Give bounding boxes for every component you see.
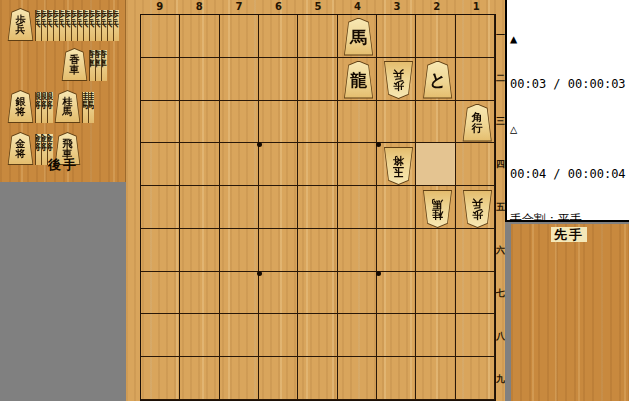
file-label-5: 5 [298, 1, 338, 13]
board-square-71[interactable] [220, 15, 259, 58]
hand-stack-knight-x3[interactable]: 桂馬桂馬桂馬 [53, 90, 94, 123]
shogi-app: 金将金将金将金将飛車銀将銀将銀将銀将桂馬桂馬桂馬香車香車香車香車歩兵歩兵歩兵歩兵… [0, 0, 629, 401]
board-square-33[interactable] [377, 101, 416, 144]
board-square-47[interactable] [338, 272, 377, 315]
board-square-18[interactable] [456, 314, 495, 357]
info-panel: ▲ 00:03 / 00:00:03 △ 00:04 / 00:00:04 手合… [505, 0, 629, 222]
gote-clock: 00:04 / 00:00:04 [510, 167, 629, 182]
hand-stack-lance-x4[interactable]: 香車香車香車香車 [60, 48, 107, 81]
board-square-83[interactable] [180, 101, 219, 144]
board-square-16[interactable] [456, 229, 495, 272]
board-square-58[interactable] [298, 314, 337, 357]
gote-hand-column: 金将金将金将金将飛車銀将銀将銀将銀将桂馬桂馬桂馬香車香車香車香車歩兵歩兵歩兵歩兵… [0, 0, 126, 401]
sente-captured-tray: 先手 [505, 222, 629, 401]
board-square-12[interactable] [456, 58, 495, 101]
board-square-81[interactable] [180, 15, 219, 58]
sente-clock: 00:03 / 00:00:03 [510, 77, 629, 92]
board-square-19[interactable] [456, 357, 495, 400]
board-square-64[interactable] [259, 143, 298, 186]
file-label-9: 9 [140, 1, 180, 13]
board-square-93[interactable] [141, 101, 180, 144]
board-square-91[interactable] [141, 15, 180, 58]
board-square-92[interactable] [141, 58, 180, 101]
rank-label-8: 八 [496, 315, 505, 358]
rank-label-9: 九 [496, 358, 505, 401]
board-square-72[interactable] [220, 58, 259, 101]
hand-stack-silver-x4[interactable]: 銀将銀将銀将銀将 [6, 90, 53, 123]
rank-label-2: 二 [496, 57, 505, 100]
board-square-67[interactable] [259, 272, 298, 315]
tray-row: 銀将銀将銀将銀将桂馬桂馬桂馬 [0, 90, 126, 128]
board-square-26[interactable] [416, 229, 455, 272]
board-square-38[interactable] [377, 314, 416, 357]
shogi-piece-knight[interactable]: 桂馬 [53, 90, 82, 123]
rank-label-1: 一 [496, 14, 505, 57]
shogi-piece-silver[interactable]: 銀将 [6, 90, 35, 123]
sente-label: 先手 [511, 226, 627, 244]
board-square-37[interactable] [377, 272, 416, 315]
shogi-piece-pawn[interactable]: 歩兵 [6, 8, 35, 41]
board-square-46[interactable] [338, 229, 377, 272]
gote-captured-tray: 金将金将金将金将飛車銀将銀将銀将銀将桂馬桂馬桂馬香車香車香車香車歩兵歩兵歩兵歩兵… [0, 0, 126, 182]
file-label-7: 7 [219, 1, 259, 13]
board-square-29[interactable] [416, 357, 455, 400]
board-square-49[interactable] [338, 357, 377, 400]
rank-label-6: 六 [496, 229, 505, 272]
board-square-68[interactable] [259, 314, 298, 357]
board-square-77[interactable] [220, 272, 259, 315]
hoshi-dot [257, 142, 262, 147]
board-square-99[interactable] [141, 357, 180, 400]
tray-row: 香車香車香車香車 [0, 48, 126, 86]
hoshi-dot [376, 271, 381, 276]
board-square-53[interactable] [298, 101, 337, 144]
board-square-54[interactable] [298, 143, 337, 186]
board-square-79[interactable] [220, 357, 259, 400]
board-square-36[interactable] [377, 229, 416, 272]
file-label-3: 3 [377, 1, 417, 13]
board-square-87[interactable] [180, 272, 219, 315]
board-square-24[interactable] [416, 143, 455, 186]
file-label-6: 6 [259, 1, 299, 13]
board-square-23[interactable] [416, 101, 455, 144]
board-square-69[interactable] [259, 357, 298, 400]
board-square-14[interactable] [456, 143, 495, 186]
board-square-11[interactable] [456, 15, 495, 58]
board-square-62[interactable] [259, 58, 298, 101]
stacked-piece-edge: 歩兵 [113, 10, 119, 41]
board-square-63[interactable] [259, 101, 298, 144]
hoshi-dot [257, 271, 262, 276]
board-square-52[interactable] [298, 58, 337, 101]
sente-mark: ▲ [510, 32, 629, 47]
board-square-65[interactable] [259, 186, 298, 229]
left-gray-filler [0, 182, 126, 401]
board-square-55[interactable] [298, 186, 337, 229]
rank-label-4: 四 [496, 143, 505, 186]
file-label-4: 4 [338, 1, 378, 13]
board-square-35[interactable] [377, 186, 416, 229]
rank-label-7: 七 [496, 272, 505, 315]
rank-label-3: 三 [496, 100, 505, 143]
board-square-85[interactable] [180, 186, 219, 229]
board-square-74[interactable] [220, 143, 259, 186]
board-square-43[interactable] [338, 101, 377, 144]
board-square-31[interactable] [377, 15, 416, 58]
board-square-75[interactable] [220, 186, 259, 229]
board-square-84[interactable] [180, 143, 219, 186]
shogi-piece-lance[interactable]: 香車 [60, 48, 89, 81]
board-square-44[interactable] [338, 143, 377, 186]
board-square-82[interactable] [180, 58, 219, 101]
board-square-96[interactable] [141, 229, 180, 272]
board-square-76[interactable] [220, 229, 259, 272]
board-square-89[interactable] [180, 357, 219, 400]
board-square-27[interactable] [416, 272, 455, 315]
board-square-57[interactable] [298, 272, 337, 315]
board-square-39[interactable] [377, 357, 416, 400]
shogi-board: 馬龍歩兵と角行玉将桂馬歩兵 [140, 14, 496, 401]
board-square-78[interactable] [220, 314, 259, 357]
board-square-56[interactable] [298, 229, 337, 272]
rank-label-5: 五 [496, 186, 505, 229]
board-square-17[interactable] [456, 272, 495, 315]
board-square-73[interactable] [220, 101, 259, 144]
board-square-28[interactable] [416, 314, 455, 357]
gote-label: 後手 [0, 156, 126, 174]
board-square-94[interactable] [141, 143, 180, 186]
file-label-8: 8 [180, 1, 220, 13]
tray-row: 歩兵歩兵歩兵歩兵歩兵歩兵歩兵歩兵歩兵歩兵歩兵歩兵歩兵歩兵歩兵 [0, 8, 126, 46]
board-square-97[interactable] [141, 272, 180, 315]
stacked-piece-edge: 香車 [101, 50, 107, 81]
board-square-95[interactable] [141, 186, 180, 229]
board-square-66[interactable] [259, 229, 298, 272]
board-square-51[interactable] [298, 15, 337, 58]
file-label-2: 2 [417, 1, 457, 13]
handicap-text: 手合割：平手 [510, 212, 629, 222]
board-square-88[interactable] [180, 314, 219, 357]
board-square-86[interactable] [180, 229, 219, 272]
hand-stack-pawn-x15[interactable]: 歩兵歩兵歩兵歩兵歩兵歩兵歩兵歩兵歩兵歩兵歩兵歩兵歩兵歩兵歩兵 [6, 8, 119, 41]
board-square-98[interactable] [141, 314, 180, 357]
info-column: ▲ 00:03 / 00:00:03 △ 00:04 / 00:00:04 手合… [505, 0, 629, 401]
file-label-1: 1 [456, 1, 496, 13]
board-square-59[interactable] [298, 357, 337, 400]
gote-mark: △ [510, 122, 629, 137]
hoshi-dot [376, 142, 381, 147]
board-area: 馬龍歩兵と角行玉将桂馬歩兵 987654321一二三四五六七八九 [126, 0, 505, 401]
board-square-61[interactable] [259, 15, 298, 58]
stacked-piece-edge: 桂馬 [88, 92, 94, 123]
board-square-48[interactable] [338, 314, 377, 357]
board-square-21[interactable] [416, 15, 455, 58]
board-square-45[interactable] [338, 186, 377, 229]
